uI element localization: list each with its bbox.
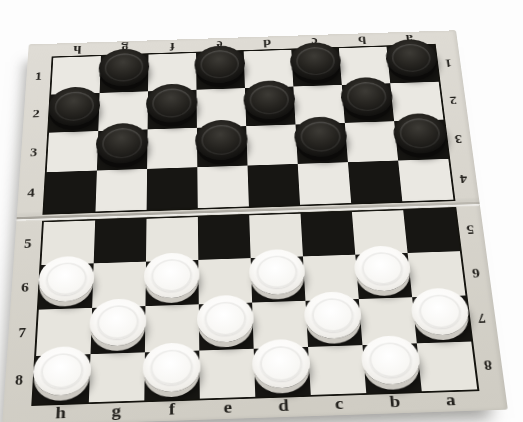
file-label-top-b: b [338,33,387,47]
square-a8[interactable] [417,342,477,392]
square-h8[interactable] [33,354,90,404]
file-label-top-a: a [385,31,434,45]
black-checker-d2[interactable] [243,80,296,120]
square-e4[interactable] [197,166,249,209]
square-b8[interactable] [362,343,421,393]
square-c7[interactable] [305,299,362,347]
rank-label-left-3: 3 [21,133,47,173]
rank-label-right-4: 4 [449,158,478,200]
white-checker-d6[interactable] [249,249,306,296]
file-label-top-f: f [149,39,197,53]
rank-label-left-5: 5 [14,222,41,266]
file-label-bottom-a: a [422,390,480,409]
file-label-top-c: c [290,34,338,48]
white-checker-f6[interactable] [144,252,200,299]
rank-label-right-7: 7 [466,295,497,342]
rank-label-left-7: 7 [8,310,36,357]
square-f8[interactable] [144,351,199,401]
board-top-half [42,44,455,215]
rank-label-right-3: 3 [444,119,472,159]
rank-label-right-1: 1 [435,44,462,81]
rank-label-right-8: 8 [472,341,504,390]
square-h2[interactable] [49,93,100,133]
file-label-top-h: h [53,42,101,56]
square-b3[interactable] [345,121,398,162]
rank-label-right-6: 6 [461,250,491,295]
white-checker-b6[interactable] [353,245,413,292]
black-checker-e3[interactable] [195,119,248,161]
square-b6[interactable] [355,253,412,299]
square-e8[interactable] [199,349,255,399]
square-e7[interactable] [199,303,254,351]
square-a7[interactable] [412,295,471,343]
black-checker-g3[interactable] [95,122,148,164]
square-g1[interactable] [100,55,149,93]
file-label-bottom-g: g [88,401,144,421]
file-label-bottom-h: h [32,403,89,422]
rank-label-right-2: 2 [440,81,468,120]
white-checker-e7[interactable] [197,294,255,343]
square-g3[interactable] [97,129,148,170]
square-c8[interactable] [308,345,366,395]
square-g5[interactable] [94,219,147,264]
file-label-top-e: e [196,37,244,51]
square-g8[interactable] [89,352,145,402]
square-d2[interactable] [245,86,296,126]
square-d8[interactable] [254,347,311,397]
file-label-top-g: g [101,40,149,54]
rank-label-left-1: 1 [26,58,51,96]
square-c3[interactable] [296,123,348,164]
square-g7[interactable] [91,306,146,354]
square-b2[interactable] [342,83,394,123]
square-e1[interactable] [196,51,245,89]
square-e3[interactable] [197,126,248,167]
square-a3[interactable] [394,120,448,161]
square-f4[interactable] [147,167,198,210]
file-label-bottom-f: f [144,399,200,419]
square-h3[interactable] [47,131,99,172]
square-h6[interactable] [39,263,94,309]
white-checker-a7[interactable] [409,287,471,335]
photo-background: hgfedcba 1234 1234 5678 5678 hgfedcba [0,0,523,422]
square-a1[interactable] [386,45,438,83]
file-label-bottom-e: e [200,398,256,417]
square-h4[interactable] [44,171,97,214]
checkers-board-paper: hgfedcba 1234 1234 5678 5678 hgfedcba [2,30,508,422]
rank-label-left-2: 2 [23,95,48,134]
board-perspective-wrapper: hgfedcba 1234 1234 5678 5678 hgfedcba [2,30,508,422]
square-b4[interactable] [348,161,402,203]
white-checker-d8[interactable] [251,339,311,389]
rank-label-left-4: 4 [18,172,44,214]
rank-label-left-8: 8 [5,356,34,405]
black-checker-f2[interactable] [146,83,198,123]
file-label-top-d: d [243,36,291,50]
rank-label-right-5: 5 [455,208,485,251]
square-f3[interactable] [147,128,197,169]
rank-label-left-6: 6 [11,265,38,310]
square-d6[interactable] [251,256,306,302]
square-c1[interactable] [291,48,342,86]
square-e5[interactable] [198,215,251,260]
file-label-bottom-b: b [366,392,423,411]
black-checker-b2[interactable] [340,77,395,117]
white-checker-c7[interactable] [303,291,363,340]
square-a4[interactable] [398,159,453,201]
square-g4[interactable] [95,169,147,212]
black-checker-c3[interactable] [293,116,348,158]
white-checker-f8[interactable] [142,342,200,393]
file-label-bottom-c: c [311,394,368,413]
file-label-bottom-d: d [255,396,312,415]
square-f2[interactable] [148,90,197,130]
square-c4[interactable] [298,162,351,205]
white-checker-b8[interactable] [360,335,422,385]
square-f6[interactable] [145,260,198,306]
square-a5[interactable] [403,209,460,253]
black-checker-a3[interactable] [392,113,449,154]
board-bottom-half [31,207,479,406]
square-d3[interactable] [246,124,298,165]
square-d4[interactable] [248,164,301,207]
square-c5[interactable] [301,212,356,256]
